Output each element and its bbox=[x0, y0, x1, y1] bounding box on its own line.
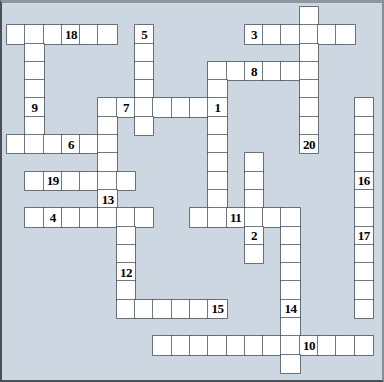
void-cell bbox=[80, 300, 98, 318]
void-cell bbox=[227, 153, 245, 171]
crossword-cell[interactable] bbox=[80, 135, 98, 153]
void-cell bbox=[227, 98, 245, 116]
void-cell bbox=[336, 355, 354, 373]
void-cell bbox=[44, 153, 62, 171]
void-cell bbox=[98, 336, 116, 354]
void-cell bbox=[153, 355, 171, 373]
crossword-cell[interactable]: 17 bbox=[355, 227, 373, 245]
void-cell bbox=[44, 44, 62, 62]
crossword-cell[interactable] bbox=[355, 263, 373, 281]
void-cell bbox=[281, 135, 299, 153]
clue-number: 17 bbox=[355, 227, 373, 245]
void-cell bbox=[263, 245, 281, 263]
void-cell bbox=[153, 172, 171, 190]
void-cell bbox=[44, 245, 62, 263]
void-cell bbox=[245, 80, 263, 98]
crossword-cell[interactable] bbox=[25, 117, 43, 135]
crossword-cell[interactable] bbox=[98, 172, 116, 190]
crossword-cell[interactable] bbox=[135, 44, 153, 62]
void-cell bbox=[7, 62, 25, 80]
crossword-cell[interactable]: 11 bbox=[227, 208, 245, 226]
void-cell bbox=[7, 300, 25, 318]
void-cell bbox=[300, 245, 318, 263]
crossword-cell[interactable] bbox=[336, 25, 354, 43]
void-cell bbox=[355, 62, 373, 80]
void-cell bbox=[355, 44, 373, 62]
void-cell bbox=[7, 355, 25, 373]
void-cell bbox=[153, 25, 171, 43]
void-cell bbox=[318, 7, 336, 25]
crossword-cell[interactable]: 8 bbox=[245, 62, 263, 80]
clue-number: 5 bbox=[135, 25, 153, 43]
crossword-cell[interactable] bbox=[208, 336, 226, 354]
crossword-cell[interactable] bbox=[208, 62, 226, 80]
crossword-cell[interactable] bbox=[62, 208, 80, 226]
void-cell bbox=[44, 281, 62, 299]
void-cell bbox=[300, 172, 318, 190]
void-cell bbox=[208, 44, 226, 62]
crossword-cell[interactable] bbox=[281, 263, 299, 281]
void-cell bbox=[336, 190, 354, 208]
crossword-cell[interactable] bbox=[190, 208, 208, 226]
crossword-cell[interactable] bbox=[44, 135, 62, 153]
void-cell bbox=[153, 318, 171, 336]
void-cell bbox=[245, 98, 263, 116]
crossword-cell[interactable] bbox=[245, 190, 263, 208]
crossword-cell[interactable] bbox=[300, 25, 318, 43]
void-cell bbox=[208, 318, 226, 336]
crossword-cell[interactable] bbox=[25, 44, 43, 62]
void-cell bbox=[80, 7, 98, 25]
void-cell bbox=[80, 80, 98, 98]
void-cell bbox=[98, 245, 116, 263]
clue-number: 2 bbox=[245, 227, 263, 245]
crossword-cell[interactable] bbox=[281, 62, 299, 80]
void-cell bbox=[208, 25, 226, 43]
crossword-cell[interactable] bbox=[7, 135, 25, 153]
void-cell bbox=[7, 80, 25, 98]
crossword-cell[interactable] bbox=[98, 98, 116, 116]
crossword-cell[interactable] bbox=[135, 208, 153, 226]
void-cell bbox=[281, 44, 299, 62]
void-cell bbox=[245, 44, 263, 62]
crossword-cell[interactable] bbox=[227, 336, 245, 354]
void-cell bbox=[336, 208, 354, 226]
crossword-cell[interactable]: 14 bbox=[281, 300, 299, 318]
void-cell bbox=[7, 190, 25, 208]
crossword-cell[interactable] bbox=[98, 153, 116, 171]
crossword-cell[interactable] bbox=[135, 62, 153, 80]
crossword-cell[interactable]: 5 bbox=[135, 25, 153, 43]
void-cell bbox=[318, 263, 336, 281]
crossword-cell[interactable]: 12 bbox=[117, 263, 135, 281]
void-cell bbox=[80, 336, 98, 354]
void-cell bbox=[135, 135, 153, 153]
crossword-grid: 1853897162019161341121712151410 bbox=[7, 7, 373, 373]
void-cell bbox=[318, 318, 336, 336]
crossword-cell[interactable] bbox=[245, 245, 263, 263]
crossword-cell[interactable] bbox=[25, 172, 43, 190]
void-cell bbox=[153, 281, 171, 299]
crossword-cell[interactable] bbox=[117, 300, 135, 318]
void-cell bbox=[135, 153, 153, 171]
void-cell bbox=[7, 208, 25, 226]
void-cell bbox=[25, 318, 43, 336]
void-cell bbox=[172, 135, 190, 153]
void-cell bbox=[172, 281, 190, 299]
crossword-cell[interactable] bbox=[172, 300, 190, 318]
crossword-cell[interactable] bbox=[318, 336, 336, 354]
crossword-cell[interactable] bbox=[208, 190, 226, 208]
void-cell bbox=[281, 98, 299, 116]
void-cell bbox=[98, 355, 116, 373]
void-cell bbox=[172, 62, 190, 80]
crossword-cell[interactable]: 18 bbox=[62, 25, 80, 43]
void-cell bbox=[62, 281, 80, 299]
void-cell bbox=[300, 300, 318, 318]
void-cell bbox=[172, 208, 190, 226]
void-cell bbox=[263, 117, 281, 135]
crossword-cell[interactable]: 16 bbox=[355, 172, 373, 190]
void-cell bbox=[190, 172, 208, 190]
crossword-cell[interactable] bbox=[25, 62, 43, 80]
void-cell bbox=[117, 117, 135, 135]
void-cell bbox=[190, 80, 208, 98]
void-cell bbox=[190, 44, 208, 62]
void-cell bbox=[117, 190, 135, 208]
void-cell bbox=[62, 263, 80, 281]
void-cell bbox=[263, 281, 281, 299]
crossword-cell[interactable]: 4 bbox=[44, 208, 62, 226]
void-cell bbox=[44, 300, 62, 318]
void-cell bbox=[190, 62, 208, 80]
void-cell bbox=[336, 300, 354, 318]
crossword-cell[interactable] bbox=[355, 153, 373, 171]
void-cell bbox=[7, 281, 25, 299]
void-cell bbox=[153, 62, 171, 80]
crossword-cell[interactable] bbox=[281, 227, 299, 245]
crossword-cell[interactable] bbox=[117, 245, 135, 263]
crossword-cell[interactable] bbox=[190, 336, 208, 354]
void-cell bbox=[227, 172, 245, 190]
crossword-cell[interactable] bbox=[281, 318, 299, 336]
crossword-cell[interactable] bbox=[135, 98, 153, 116]
crossword-cell[interactable] bbox=[135, 300, 153, 318]
crossword-cell[interactable] bbox=[281, 336, 299, 354]
crossword-cell[interactable] bbox=[172, 98, 190, 116]
clue-number: 11 bbox=[227, 208, 245, 226]
crossword-cell[interactable] bbox=[263, 62, 281, 80]
clue-number: 10 bbox=[300, 336, 318, 354]
void-cell bbox=[80, 281, 98, 299]
crossword-cell[interactable] bbox=[208, 117, 226, 135]
void-cell bbox=[263, 227, 281, 245]
crossword-cell[interactable] bbox=[80, 208, 98, 226]
crossword-cell[interactable] bbox=[355, 190, 373, 208]
void-cell bbox=[172, 80, 190, 98]
void-cell bbox=[7, 98, 25, 116]
crossword-cell[interactable] bbox=[117, 227, 135, 245]
void-cell bbox=[300, 208, 318, 226]
void-cell bbox=[300, 190, 318, 208]
void-cell bbox=[190, 153, 208, 171]
void-cell bbox=[300, 318, 318, 336]
clue-number: 1 bbox=[208, 98, 226, 116]
crossword-cell[interactable] bbox=[25, 135, 43, 153]
crossword-cell[interactable]: 9 bbox=[25, 98, 43, 116]
void-cell bbox=[62, 300, 80, 318]
crossword-cell[interactable] bbox=[62, 172, 80, 190]
crossword-cell[interactable] bbox=[355, 135, 373, 153]
void-cell bbox=[336, 318, 354, 336]
void-cell bbox=[318, 80, 336, 98]
clue-number: 7 bbox=[117, 98, 135, 116]
void-cell bbox=[190, 135, 208, 153]
clue-number: 15 bbox=[208, 300, 226, 318]
void-cell bbox=[117, 25, 135, 43]
crossword-cell[interactable] bbox=[300, 7, 318, 25]
crossword-cell[interactable] bbox=[25, 208, 43, 226]
crossword-cell[interactable] bbox=[117, 172, 135, 190]
void-cell bbox=[135, 227, 153, 245]
crossword-cell[interactable] bbox=[355, 336, 373, 354]
void-cell bbox=[25, 355, 43, 373]
crossword-cell[interactable] bbox=[300, 62, 318, 80]
crossword-cell[interactable] bbox=[208, 153, 226, 171]
crossword-cell[interactable]: 13 bbox=[98, 190, 116, 208]
clue-number: 3 bbox=[245, 25, 263, 43]
void-cell bbox=[153, 227, 171, 245]
crossword-cell[interactable] bbox=[336, 336, 354, 354]
void-cell bbox=[227, 7, 245, 25]
crossword-cell[interactable]: 15 bbox=[208, 300, 226, 318]
void-cell bbox=[44, 7, 62, 25]
void-cell bbox=[62, 62, 80, 80]
crossword-cell[interactable] bbox=[355, 245, 373, 263]
crossword-cell[interactable]: 10 bbox=[300, 336, 318, 354]
void-cell bbox=[80, 98, 98, 116]
void-cell bbox=[80, 318, 98, 336]
crossword-cell[interactable] bbox=[281, 245, 299, 263]
crossword-cell[interactable] bbox=[245, 336, 263, 354]
crossword-cell[interactable] bbox=[190, 300, 208, 318]
void-cell bbox=[80, 62, 98, 80]
void-cell bbox=[80, 153, 98, 171]
void-cell bbox=[153, 135, 171, 153]
crossword-cell[interactable] bbox=[227, 62, 245, 80]
void-cell bbox=[135, 336, 153, 354]
clue-number: 20 bbox=[300, 135, 318, 153]
void-cell bbox=[190, 245, 208, 263]
void-cell bbox=[336, 117, 354, 135]
crossword-cell[interactable] bbox=[245, 153, 263, 171]
void-cell bbox=[62, 318, 80, 336]
crossword-cell[interactable] bbox=[355, 117, 373, 135]
crossword-cell[interactable] bbox=[98, 25, 116, 43]
void-cell bbox=[7, 7, 25, 25]
void-cell bbox=[318, 190, 336, 208]
crossword-cell[interactable] bbox=[208, 80, 226, 98]
void-cell bbox=[25, 227, 43, 245]
void-cell bbox=[227, 80, 245, 98]
crossword-cell[interactable]: 1 bbox=[208, 98, 226, 116]
crossword-cell[interactable] bbox=[263, 208, 281, 226]
void-cell bbox=[336, 227, 354, 245]
crossword-cell[interactable] bbox=[208, 208, 226, 226]
crossword-cell[interactable] bbox=[190, 98, 208, 116]
crossword-cell[interactable] bbox=[263, 336, 281, 354]
crossword-cell[interactable] bbox=[263, 25, 281, 43]
crossword-cell[interactable] bbox=[245, 172, 263, 190]
crossword-cell[interactable] bbox=[281, 208, 299, 226]
void-cell bbox=[25, 190, 43, 208]
crossword-cell[interactable] bbox=[98, 117, 116, 135]
crossword-cell[interactable]: 19 bbox=[44, 172, 62, 190]
void-cell bbox=[135, 172, 153, 190]
void-cell bbox=[98, 318, 116, 336]
crossword-cell[interactable] bbox=[208, 135, 226, 153]
crossword-cell[interactable] bbox=[355, 300, 373, 318]
void-cell bbox=[7, 172, 25, 190]
void-cell bbox=[25, 245, 43, 263]
crossword-cell[interactable] bbox=[355, 208, 373, 226]
crossword-cell[interactable] bbox=[318, 25, 336, 43]
void-cell bbox=[245, 263, 263, 281]
void-cell bbox=[153, 190, 171, 208]
void-cell bbox=[172, 318, 190, 336]
crossword-cell[interactable] bbox=[117, 208, 135, 226]
void-cell bbox=[62, 80, 80, 98]
crossword-cell[interactable] bbox=[80, 172, 98, 190]
void-cell bbox=[25, 153, 43, 171]
void-cell bbox=[318, 172, 336, 190]
void-cell bbox=[153, 44, 171, 62]
crossword-cell[interactable] bbox=[208, 172, 226, 190]
void-cell bbox=[172, 227, 190, 245]
crossword-cell[interactable] bbox=[245, 208, 263, 226]
void-cell bbox=[62, 336, 80, 354]
crossword-cell[interactable] bbox=[281, 25, 299, 43]
void-cell bbox=[318, 98, 336, 116]
void-cell bbox=[153, 117, 171, 135]
void-cell bbox=[7, 245, 25, 263]
crossword-cell[interactable] bbox=[153, 336, 171, 354]
crossword-cell[interactable] bbox=[25, 25, 43, 43]
void-cell bbox=[135, 355, 153, 373]
void-cell bbox=[227, 135, 245, 153]
clue-number: 4 bbox=[44, 208, 62, 226]
crossword-cell[interactable] bbox=[300, 98, 318, 116]
crossword-cell[interactable] bbox=[281, 355, 299, 373]
void-cell bbox=[281, 117, 299, 135]
void-cell bbox=[135, 190, 153, 208]
void-cell bbox=[208, 7, 226, 25]
crossword-cell[interactable]: 20 bbox=[300, 135, 318, 153]
void-cell bbox=[25, 281, 43, 299]
void-cell bbox=[190, 117, 208, 135]
crossword-cell[interactable] bbox=[300, 80, 318, 98]
crossword-cell[interactable] bbox=[355, 98, 373, 116]
void-cell bbox=[336, 245, 354, 263]
void-cell bbox=[98, 44, 116, 62]
clue-number: 9 bbox=[25, 98, 43, 116]
void-cell bbox=[190, 263, 208, 281]
void-cell bbox=[318, 135, 336, 153]
crossword-cell[interactable] bbox=[44, 25, 62, 43]
void-cell bbox=[281, 7, 299, 25]
void-cell bbox=[117, 336, 135, 354]
void-cell bbox=[190, 355, 208, 373]
void-cell bbox=[318, 227, 336, 245]
void-cell bbox=[153, 80, 171, 98]
void-cell bbox=[245, 355, 263, 373]
void-cell bbox=[62, 153, 80, 171]
crossword-cell[interactable]: 6 bbox=[62, 135, 80, 153]
void-cell bbox=[281, 80, 299, 98]
crossword-cell[interactable]: 2 bbox=[245, 227, 263, 245]
void-cell bbox=[7, 44, 25, 62]
crossword-cell[interactable] bbox=[135, 80, 153, 98]
void-cell bbox=[7, 318, 25, 336]
void-cell bbox=[263, 80, 281, 98]
void-cell bbox=[117, 135, 135, 153]
crossword-cell[interactable] bbox=[80, 25, 98, 43]
void-cell bbox=[62, 190, 80, 208]
void-cell bbox=[98, 62, 116, 80]
crossword-cell[interactable] bbox=[355, 281, 373, 299]
void-cell bbox=[336, 153, 354, 171]
crossword-cell[interactable]: 7 bbox=[117, 98, 135, 116]
void-cell bbox=[263, 98, 281, 116]
crossword-cell[interactable] bbox=[281, 281, 299, 299]
crossword-cell[interactable] bbox=[300, 117, 318, 135]
void-cell bbox=[7, 263, 25, 281]
void-cell bbox=[172, 117, 190, 135]
void-cell bbox=[172, 355, 190, 373]
void-cell bbox=[227, 263, 245, 281]
crossword-cell[interactable] bbox=[153, 98, 171, 116]
crossword-cell[interactable] bbox=[117, 281, 135, 299]
void-cell bbox=[44, 263, 62, 281]
void-cell bbox=[172, 153, 190, 171]
void-cell bbox=[153, 153, 171, 171]
void-cell bbox=[300, 153, 318, 171]
crossword-cell[interactable] bbox=[135, 117, 153, 135]
void-cell bbox=[135, 318, 153, 336]
crossword-cell[interactable] bbox=[98, 208, 116, 226]
crossword-cell[interactable] bbox=[7, 25, 25, 43]
void-cell bbox=[98, 281, 116, 299]
void-cell bbox=[227, 25, 245, 43]
void-cell bbox=[80, 117, 98, 135]
void-cell bbox=[263, 172, 281, 190]
void-cell bbox=[263, 135, 281, 153]
crossword-cell[interactable] bbox=[153, 300, 171, 318]
void-cell bbox=[62, 44, 80, 62]
void-cell bbox=[117, 62, 135, 80]
crossword-cell[interactable] bbox=[300, 44, 318, 62]
void-cell bbox=[80, 44, 98, 62]
crossword-cell[interactable] bbox=[172, 336, 190, 354]
void-cell bbox=[227, 318, 245, 336]
crossword-cell[interactable] bbox=[98, 135, 116, 153]
void-cell bbox=[7, 227, 25, 245]
crossword-cell[interactable] bbox=[25, 80, 43, 98]
crossword-cell[interactable]: 3 bbox=[245, 25, 263, 43]
void-cell bbox=[25, 7, 43, 25]
void-cell bbox=[44, 62, 62, 80]
void-cell bbox=[190, 281, 208, 299]
